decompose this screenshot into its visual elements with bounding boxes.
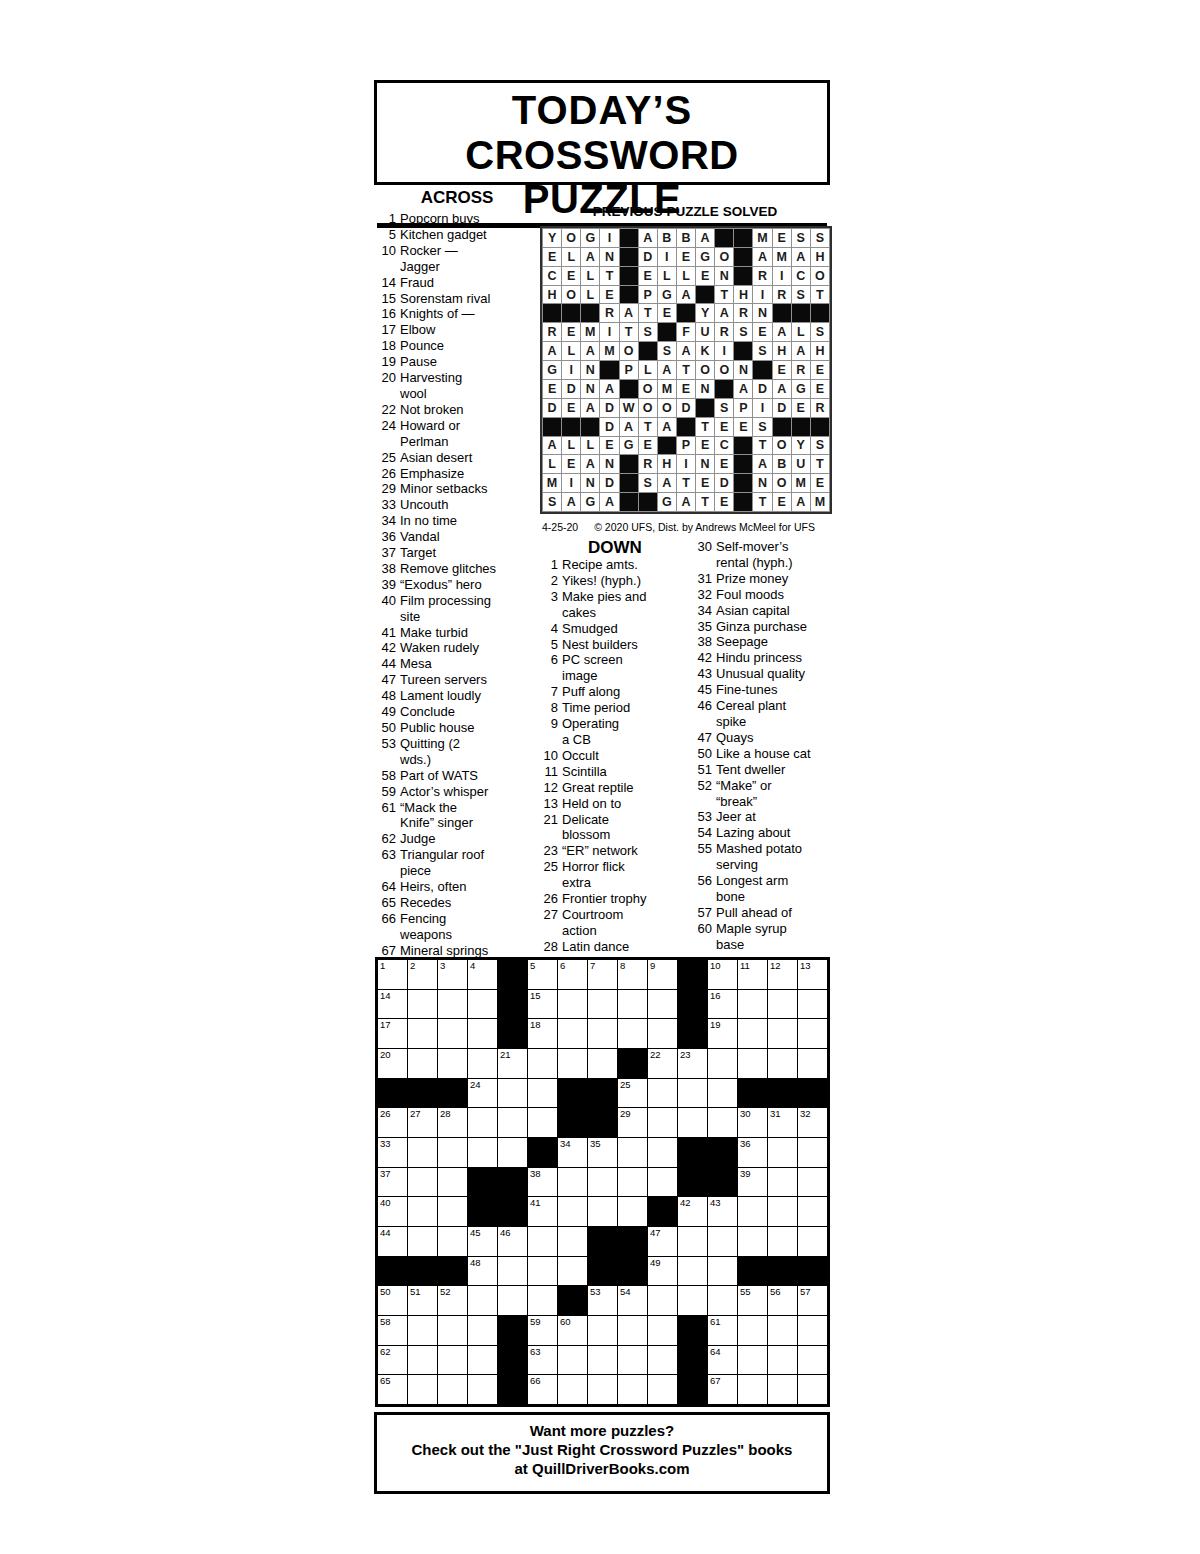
grid-cell[interactable] xyxy=(768,1019,797,1048)
grid-cell[interactable]: 52 xyxy=(438,1286,467,1315)
grid-cell[interactable] xyxy=(528,1049,557,1078)
grid-cell[interactable] xyxy=(738,1197,767,1226)
grid-cell[interactable] xyxy=(438,990,467,1019)
grid-cell[interactable] xyxy=(798,990,827,1019)
grid-cell[interactable] xyxy=(798,1227,827,1256)
grid-cell[interactable] xyxy=(408,1375,437,1404)
grid-cell[interactable]: 15 xyxy=(528,990,557,1019)
clue-32: 32Foul moods xyxy=(692,587,838,603)
clue-43: 43Unusual quality xyxy=(692,666,838,682)
solved-letter-cell: A xyxy=(543,437,561,455)
grid-cell[interactable] xyxy=(768,1375,797,1404)
grid-cell[interactable] xyxy=(738,1375,767,1404)
grid-cell[interactable] xyxy=(438,1316,467,1345)
grid-cell[interactable] xyxy=(648,1108,677,1137)
grid-cell[interactable] xyxy=(588,1197,617,1226)
solved-letter-cell: N xyxy=(753,474,771,492)
solved-black-cell xyxy=(620,229,638,247)
clue-number: 19 xyxy=(376,354,396,370)
cell-number: 15 xyxy=(530,991,541,1001)
grid-cell[interactable]: 56 xyxy=(768,1286,797,1315)
grid-cell[interactable] xyxy=(768,1049,797,1078)
grid-cell[interactable] xyxy=(708,1286,737,1315)
grid-cell[interactable] xyxy=(558,1375,587,1404)
grid-cell[interactable] xyxy=(438,1019,467,1048)
grid-cell[interactable]: 59 xyxy=(528,1316,557,1345)
clue-text: “Mack the Knife” singer xyxy=(400,800,538,832)
cell-number: 42 xyxy=(680,1198,691,1208)
solved-black-cell xyxy=(562,418,580,436)
grid-cell[interactable] xyxy=(438,1375,467,1404)
black-cell xyxy=(408,1257,437,1286)
solved-black-cell xyxy=(734,248,752,266)
grid-cell[interactable]: 29 xyxy=(618,1108,647,1137)
grid-cell[interactable] xyxy=(768,1316,797,1345)
grid-cell[interactable]: 2 xyxy=(408,960,437,989)
grid-cell[interactable]: 54 xyxy=(618,1286,647,1315)
grid-cell[interactable]: 10 xyxy=(708,960,737,989)
solved-letter-cell: E xyxy=(753,323,771,341)
clue-44: 44Mesa xyxy=(376,656,538,672)
clue-text: Kitchen gadget xyxy=(400,227,538,243)
grid-cell[interactable] xyxy=(618,1168,647,1197)
solved-letter-cell: A xyxy=(753,455,771,473)
grid-cell[interactable] xyxy=(708,1108,737,1137)
grid-cell[interactable] xyxy=(678,1108,707,1137)
grid-cell[interactable]: 50 xyxy=(378,1286,407,1315)
clue-text: Jeer at xyxy=(716,809,838,825)
grid-cell[interactable]: 14 xyxy=(378,990,407,1019)
grid-cell[interactable] xyxy=(588,1346,617,1375)
clue-number: 29 xyxy=(376,481,396,497)
grid-cell[interactable] xyxy=(798,1316,827,1345)
clue-number: 53 xyxy=(692,809,712,825)
grid-cell[interactable]: 35 xyxy=(588,1138,617,1167)
solved-letter-cell: S xyxy=(753,342,771,360)
grid-cell[interactable]: 34 xyxy=(558,1138,587,1167)
clue-number: 34 xyxy=(376,513,396,529)
grid-cell[interactable]: 60 xyxy=(558,1316,587,1345)
across-clue-list: 1Popcorn buys5Kitchen gadget10Rocker — J… xyxy=(376,211,538,959)
solved-letter-cell: S xyxy=(811,323,829,341)
clue-22: 22Not broken xyxy=(376,402,538,418)
clue-65: 65Recedes xyxy=(376,895,538,911)
grid-cell[interactable]: 31 xyxy=(768,1108,797,1137)
grid-cell[interactable]: 5 xyxy=(528,960,557,989)
grid-cell[interactable] xyxy=(438,1346,467,1375)
grid-cell[interactable] xyxy=(498,1079,527,1108)
grid-cell[interactable] xyxy=(798,1138,827,1167)
grid-cell[interactable]: 18 xyxy=(528,1019,557,1048)
grid-cell[interactable]: 36 xyxy=(738,1138,767,1167)
solved-black-cell xyxy=(562,304,580,322)
grid-cell[interactable] xyxy=(618,1019,647,1048)
footer-line3: at QuillDriverBooks.com xyxy=(377,1459,827,1478)
grid-cell[interactable]: 25 xyxy=(618,1079,647,1108)
solved-letter-cell: P xyxy=(677,437,695,455)
grid-cell[interactable] xyxy=(558,1346,587,1375)
grid-cell[interactable] xyxy=(768,1197,797,1226)
solved-letter-cell: A xyxy=(581,248,599,266)
grid-cell[interactable]: 19 xyxy=(708,1019,737,1048)
clue-20: 20Harvesting wool xyxy=(376,370,538,402)
black-cell xyxy=(798,1257,827,1286)
black-cell xyxy=(558,1286,587,1315)
grid-cell[interactable] xyxy=(558,1019,587,1048)
grid-cell[interactable] xyxy=(648,990,677,1019)
grid-cell[interactable]: 8 xyxy=(618,960,647,989)
grid-cell[interactable] xyxy=(468,1316,497,1345)
grid-cell[interactable]: 16 xyxy=(708,990,737,1019)
black-cell xyxy=(378,1079,407,1108)
grid-cell[interactable] xyxy=(588,1375,617,1404)
grid-cell[interactable] xyxy=(408,1138,437,1167)
grid-cell[interactable] xyxy=(438,1049,467,1078)
grid-cell[interactable] xyxy=(408,1019,437,1048)
clue-61: 61“Mack the Knife” singer xyxy=(376,800,538,832)
grid-cell[interactable]: 32 xyxy=(798,1108,827,1137)
grid-cell[interactable] xyxy=(528,1227,557,1256)
grid-cell[interactable] xyxy=(558,1049,587,1078)
grid-cell[interactable] xyxy=(558,990,587,1019)
black-cell xyxy=(678,1316,707,1345)
grid-cell[interactable] xyxy=(738,1049,767,1078)
grid-cell[interactable] xyxy=(798,1375,827,1404)
clue-text: Recedes xyxy=(400,895,538,911)
solved-letter-cell: E xyxy=(792,399,810,417)
grid-cell[interactable] xyxy=(798,1197,827,1226)
clue-number: 20 xyxy=(376,370,396,402)
grid-cell[interactable]: 66 xyxy=(528,1375,557,1404)
clue-text: Waken rudely xyxy=(400,640,538,656)
grid-cell[interactable] xyxy=(768,1346,797,1375)
grid-cell[interactable]: 45 xyxy=(468,1227,497,1256)
grid-cell[interactable] xyxy=(798,1019,827,1048)
grid-cell[interactable] xyxy=(648,1138,677,1167)
black-cell xyxy=(798,1079,827,1108)
black-cell xyxy=(678,1346,707,1375)
grid-cell[interactable]: 67 xyxy=(708,1375,737,1404)
grid-cell[interactable] xyxy=(588,1019,617,1048)
cell-number: 20 xyxy=(380,1050,391,1060)
solved-letter-cell: S xyxy=(734,323,752,341)
clue-49: 49Conclude xyxy=(376,704,538,720)
grid-cell[interactable]: 55 xyxy=(738,1286,767,1315)
solved-letter-cell: A xyxy=(792,248,810,266)
grid-cell[interactable]: 57 xyxy=(798,1286,827,1315)
grid-cell[interactable]: 27 xyxy=(408,1108,437,1137)
grid-cell[interactable] xyxy=(678,1227,707,1256)
clue-34: 34In no time xyxy=(376,513,538,529)
solved-letter-cell: O xyxy=(562,286,580,304)
solved-black-cell xyxy=(734,474,752,492)
grid-cell[interactable] xyxy=(588,1316,617,1345)
grid-cell[interactable]: 63 xyxy=(528,1346,557,1375)
clue-24: 24Howard or Perlman xyxy=(376,418,538,450)
grid-cell[interactable] xyxy=(738,1316,767,1345)
grid-cell[interactable] xyxy=(468,1019,497,1048)
grid-cell[interactable]: 49 xyxy=(648,1257,677,1286)
grid-cell[interactable]: 47 xyxy=(648,1227,677,1256)
grid-cell[interactable] xyxy=(558,1168,587,1197)
grid-cell[interactable] xyxy=(468,1286,497,1315)
clue-45: 45Fine-tunes xyxy=(692,682,838,698)
grid-cell[interactable]: 21 xyxy=(498,1049,527,1078)
grid-cell[interactable] xyxy=(618,990,647,1019)
grid-cell[interactable]: 17 xyxy=(378,1019,407,1048)
grid-cell[interactable]: 12 xyxy=(768,960,797,989)
grid-cell[interactable] xyxy=(768,1168,797,1197)
grid-cell[interactable] xyxy=(678,1257,707,1286)
clue-31: 31Prize money xyxy=(692,571,838,587)
grid-cell[interactable] xyxy=(588,1049,617,1078)
solved-letter-cell: R xyxy=(734,304,752,322)
grid-cell[interactable] xyxy=(408,1049,437,1078)
solved-letter-cell: O xyxy=(773,437,791,455)
grid-cell[interactable] xyxy=(618,1138,647,1167)
cell-number: 48 xyxy=(470,1258,481,1268)
solved-letter-cell: C xyxy=(543,267,561,285)
grid-cell[interactable] xyxy=(408,1168,437,1197)
grid-cell[interactable] xyxy=(708,1049,737,1078)
grid-cell[interactable]: 42 xyxy=(678,1197,707,1226)
clue-text: Scintilla xyxy=(562,764,690,780)
black-cell xyxy=(528,1138,557,1167)
clue-text: Elbow xyxy=(400,322,538,338)
grid-cell[interactable] xyxy=(618,1375,647,1404)
grid-cell[interactable] xyxy=(408,1227,437,1256)
solved-letter-cell: N xyxy=(581,361,599,379)
grid-cell[interactable] xyxy=(498,1138,527,1167)
grid-cell[interactable] xyxy=(438,1197,467,1226)
grid-cell[interactable] xyxy=(678,1079,707,1108)
solved-letter-cell: O xyxy=(715,361,733,379)
black-cell xyxy=(678,1138,707,1167)
grid-cell[interactable] xyxy=(648,1079,677,1108)
grid-cell[interactable]: 9 xyxy=(648,960,677,989)
clue-number: 50 xyxy=(376,720,396,736)
clue-number: 7 xyxy=(538,684,558,700)
grid-cell[interactable]: 24 xyxy=(468,1079,497,1108)
solved-letter-cell: O xyxy=(620,342,638,360)
grid-cell[interactable] xyxy=(408,1346,437,1375)
solved-letter-cell: E xyxy=(773,493,791,511)
grid-cell[interactable]: 43 xyxy=(708,1197,737,1226)
grid-cell[interactable] xyxy=(708,1227,737,1256)
black-cell xyxy=(498,1197,527,1226)
solved-letter-cell: D xyxy=(600,418,618,436)
grid-cell[interactable] xyxy=(648,1375,677,1404)
grid-cell[interactable] xyxy=(528,1286,557,1315)
grid-cell[interactable] xyxy=(588,990,617,1019)
grid-cell[interactable]: 38 xyxy=(528,1168,557,1197)
solved-letter-cell: G xyxy=(543,361,561,379)
clue-4: 4Smudged xyxy=(538,621,690,637)
previous-solved-grid: YOGIABBAMESSELANDIEGOAMAHCELTELLENRICOHO… xyxy=(540,226,832,514)
grid-cell[interactable] xyxy=(468,1049,497,1078)
grid-cell[interactable] xyxy=(708,1079,737,1108)
grid-cell[interactable] xyxy=(408,990,437,1019)
grid-cell[interactable] xyxy=(468,1346,497,1375)
grid-cell[interactable]: 4 xyxy=(468,960,497,989)
clue-text: Part of WATS xyxy=(400,768,538,784)
black-cell xyxy=(588,1079,617,1108)
solved-black-cell xyxy=(620,267,638,285)
cell-number: 49 xyxy=(650,1258,661,1268)
grid-cell[interactable] xyxy=(768,1138,797,1167)
grid-cell[interactable]: 58 xyxy=(378,1316,407,1345)
clue-number: 22 xyxy=(376,402,396,418)
grid-cell[interactable] xyxy=(438,1227,467,1256)
grid-cell[interactable] xyxy=(558,1227,587,1256)
solved-black-cell xyxy=(696,399,714,417)
clue-text: Not broken xyxy=(400,402,538,418)
grid-cell[interactable] xyxy=(678,1286,707,1315)
cell-number: 38 xyxy=(530,1169,541,1179)
clue-56: 56Longest arm bone xyxy=(692,873,838,905)
clue-26: 26Emphasize xyxy=(376,466,538,482)
grid-cell[interactable] xyxy=(618,1346,647,1375)
grid-cell[interactable] xyxy=(558,1197,587,1226)
grid-cell[interactable] xyxy=(588,1168,617,1197)
black-cell xyxy=(498,960,527,989)
grid-cell[interactable] xyxy=(798,1049,827,1078)
grid-cell[interactable] xyxy=(468,1108,497,1137)
black-cell xyxy=(498,1019,527,1048)
grid-cell[interactable] xyxy=(798,1346,827,1375)
clue-text: Hindu princess xyxy=(716,650,838,666)
grid-cell[interactable] xyxy=(768,1227,797,1256)
grid-cell[interactable] xyxy=(528,1108,557,1137)
grid-cell[interactable] xyxy=(648,1168,677,1197)
grid-cell[interactable] xyxy=(708,1257,737,1286)
clue-9: 9Operating a CB xyxy=(538,716,690,748)
title-box: TODAY’S CROSSWORD PUZZLE xyxy=(374,80,830,185)
clue-number: 40 xyxy=(376,593,396,625)
grid-cell[interactable]: 3 xyxy=(438,960,467,989)
grid-cell[interactable] xyxy=(408,1316,437,1345)
solved-letter-cell: L xyxy=(562,342,580,360)
grid-cell[interactable]: 48 xyxy=(468,1257,497,1286)
black-cell xyxy=(468,1197,497,1226)
grid-cell[interactable] xyxy=(648,1286,677,1315)
grid-cell[interactable]: 30 xyxy=(738,1108,767,1137)
clue-12: 12Great reptile xyxy=(538,780,690,796)
grid-cell[interactable]: 20 xyxy=(378,1049,407,1078)
grid-cell[interactable]: 26 xyxy=(378,1108,407,1137)
grid-cell[interactable]: 13 xyxy=(798,960,827,989)
grid-cell[interactable] xyxy=(738,1019,767,1048)
grid-cell[interactable]: 37 xyxy=(378,1168,407,1197)
clue-number: 46 xyxy=(692,698,712,730)
grid-cell[interactable]: 64 xyxy=(708,1346,737,1375)
grid-cell[interactable] xyxy=(498,1108,527,1137)
solved-letter-cell: T xyxy=(715,286,733,304)
down-clue-list-col1: 1Recipe amts.2Yikes! (hyph.)3Make pies a… xyxy=(538,557,690,955)
clue-25: 25Horror flick extra xyxy=(538,859,690,891)
clue-number: 49 xyxy=(376,704,396,720)
clue-number: 1 xyxy=(376,211,396,227)
grid-cell[interactable]: 51 xyxy=(408,1286,437,1315)
grid-cell[interactable] xyxy=(618,1197,647,1226)
grid-cell[interactable]: 23 xyxy=(678,1049,707,1078)
solved-letter-cell: M xyxy=(600,342,618,360)
grid-cell[interactable] xyxy=(648,1346,677,1375)
grid-cell[interactable] xyxy=(768,990,797,1019)
grid-cell[interactable] xyxy=(468,1138,497,1167)
grid-cell[interactable] xyxy=(528,1079,557,1108)
grid-cell[interactable] xyxy=(408,1197,437,1226)
grid-cell[interactable]: 33 xyxy=(378,1138,407,1167)
cell-number: 9 xyxy=(650,961,655,971)
grid-cell[interactable] xyxy=(528,1257,557,1286)
grid-cell[interactable] xyxy=(738,1346,767,1375)
solved-letter-cell: A xyxy=(620,418,638,436)
grid-cell[interactable] xyxy=(618,1316,647,1345)
solved-letter-cell: I xyxy=(658,248,676,266)
clue-text: Lazing about xyxy=(716,825,838,841)
grid-cell[interactable]: 44 xyxy=(378,1227,407,1256)
grid-cell[interactable] xyxy=(438,1138,467,1167)
grid-cell[interactable]: 22 xyxy=(648,1049,677,1078)
clue-text: Yikes! (hyph.) xyxy=(562,573,690,589)
grid-cell[interactable]: 53 xyxy=(588,1286,617,1315)
solved-letter-cell: N xyxy=(696,380,714,398)
grid-cell[interactable]: 1 xyxy=(378,960,407,989)
grid-cell[interactable]: 28 xyxy=(438,1108,467,1137)
solved-letter-cell: S xyxy=(811,437,829,455)
clue-number: 5 xyxy=(538,637,558,653)
grid-cell[interactable] xyxy=(438,1168,467,1197)
grid-cell[interactable]: 40 xyxy=(378,1197,407,1226)
solved-black-cell xyxy=(811,418,829,436)
solved-letter-cell: A xyxy=(658,474,676,492)
cell-number: 39 xyxy=(740,1169,751,1179)
grid-cell[interactable]: 6 xyxy=(558,960,587,989)
grid-cell[interactable]: 65 xyxy=(378,1375,407,1404)
solved-letter-cell: D xyxy=(639,248,657,266)
grid-cell[interactable] xyxy=(558,1257,587,1286)
solved-letter-cell: G xyxy=(792,380,810,398)
grid-cell[interactable]: 39 xyxy=(738,1168,767,1197)
clue-text: Make turbid xyxy=(400,625,538,641)
grid-cell[interactable] xyxy=(498,1286,527,1315)
grid-cell[interactable] xyxy=(738,990,767,1019)
clue-number: 37 xyxy=(376,545,396,561)
solved-black-cell xyxy=(734,455,752,473)
grid-cell[interactable]: 61 xyxy=(708,1316,737,1345)
clue-number: 1 xyxy=(538,557,558,573)
grid-cell[interactable]: 41 xyxy=(528,1197,557,1226)
grid-cell[interactable]: 7 xyxy=(588,960,617,989)
grid-cell[interactable] xyxy=(648,1019,677,1048)
grid-cell[interactable] xyxy=(498,1257,527,1286)
solved-letter-cell: R xyxy=(639,455,657,473)
grid-cell[interactable]: 11 xyxy=(738,960,767,989)
solved-letter-cell: I xyxy=(753,286,771,304)
grid-cell[interactable] xyxy=(648,1316,677,1345)
clue-text: Longest arm bone xyxy=(716,873,838,905)
grid-cell[interactable]: 62 xyxy=(378,1346,407,1375)
grid-cell[interactable] xyxy=(468,1375,497,1404)
solved-black-cell xyxy=(715,380,733,398)
solved-letter-cell: M xyxy=(792,474,810,492)
grid-cell[interactable] xyxy=(468,990,497,1019)
grid-cell[interactable] xyxy=(798,1168,827,1197)
grid-cell[interactable]: 46 xyxy=(498,1227,527,1256)
grid-cell[interactable] xyxy=(738,1227,767,1256)
cell-number: 34 xyxy=(560,1139,571,1149)
